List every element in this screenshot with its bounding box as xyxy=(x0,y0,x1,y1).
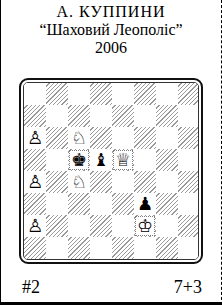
square-g3 xyxy=(156,193,178,215)
square-f4 xyxy=(134,171,156,193)
square-g7 xyxy=(156,105,178,127)
square-e3 xyxy=(112,193,134,215)
black-bishop: ♝ xyxy=(91,150,111,170)
square-f8 xyxy=(134,83,156,105)
square-a8 xyxy=(24,83,46,105)
square-d1 xyxy=(90,237,112,259)
square-d2 xyxy=(90,215,112,237)
square-e1 xyxy=(112,237,134,259)
square-h2 xyxy=(178,215,199,237)
square-c6: ♘ xyxy=(68,127,90,149)
square-b5 xyxy=(46,149,68,171)
square-d7 xyxy=(90,105,112,127)
square-c7 xyxy=(68,105,90,127)
square-d6 xyxy=(90,127,112,149)
square-d8 xyxy=(90,83,112,105)
white-pawn: ♙ xyxy=(25,216,45,236)
square-b7 xyxy=(46,105,68,127)
square-h1 xyxy=(178,237,199,259)
square-f6 xyxy=(134,127,156,149)
square-h4 xyxy=(178,171,199,193)
source-year: 2006 xyxy=(1,39,221,57)
square-c2 xyxy=(68,215,90,237)
white-pawn: ♙ xyxy=(25,128,45,148)
square-b2 xyxy=(46,215,68,237)
square-b8 xyxy=(46,83,68,105)
page: А. КУППИНИ “Шаховий Леополіс” 2006 ♙♘♚♝♕… xyxy=(0,0,222,305)
square-c3 xyxy=(68,193,90,215)
white-knight: ♘ xyxy=(69,172,89,192)
square-g8 xyxy=(156,83,178,105)
square-a5 xyxy=(24,149,46,171)
square-c1 xyxy=(68,237,90,259)
square-d3 xyxy=(90,193,112,215)
square-a3 xyxy=(24,193,46,215)
square-g1 xyxy=(156,237,178,259)
problem-header: А. КУППИНИ “Шаховий Леополіс” 2006 xyxy=(1,0,221,57)
square-f1 xyxy=(134,237,156,259)
square-g4 xyxy=(156,171,178,193)
material-count: 7+3 xyxy=(174,277,202,298)
black-king: ♚ xyxy=(69,150,89,170)
square-b3 xyxy=(46,193,68,215)
source-title: “Шаховий Леополіс” xyxy=(1,21,221,39)
square-a4: ♙ xyxy=(24,171,46,193)
caption-row: #2 7+3 xyxy=(1,277,221,298)
stipulation: #2 xyxy=(22,277,40,298)
chess-board-border: ♙♘♚♝♕♙♘♟♙♔ xyxy=(23,82,199,260)
square-d5: ♝ xyxy=(90,149,112,171)
white-pawn: ♙ xyxy=(25,172,45,192)
square-c4: ♘ xyxy=(68,171,90,193)
chess-board-frame: ♙♘♚♝♕♙♘♟♙♔ xyxy=(19,78,203,264)
square-c5: ♚ xyxy=(68,149,90,171)
square-h5 xyxy=(178,149,199,171)
white-king: ♔ xyxy=(135,216,155,236)
square-b6 xyxy=(46,127,68,149)
square-c8 xyxy=(68,83,90,105)
square-f2: ♔ xyxy=(134,215,156,237)
square-f5 xyxy=(134,149,156,171)
square-a6: ♙ xyxy=(24,127,46,149)
square-h3 xyxy=(178,193,199,215)
square-e2 xyxy=(112,215,134,237)
chess-board: ♙♘♚♝♕♙♘♟♙♔ xyxy=(24,83,199,259)
white-queen: ♕ xyxy=(113,150,133,170)
square-g6 xyxy=(156,127,178,149)
square-g2 xyxy=(156,215,178,237)
square-h8 xyxy=(178,83,199,105)
white-knight: ♘ xyxy=(69,128,89,148)
square-g5 xyxy=(156,149,178,171)
square-e7 xyxy=(112,105,134,127)
square-e4 xyxy=(112,171,134,193)
square-e8 xyxy=(112,83,134,105)
square-f3: ♟ xyxy=(134,193,156,215)
square-h7 xyxy=(178,105,199,127)
square-b1 xyxy=(46,237,68,259)
black-pawn: ♟ xyxy=(135,194,155,214)
square-d4 xyxy=(90,171,112,193)
square-e6 xyxy=(112,127,134,149)
square-a2: ♙ xyxy=(24,215,46,237)
square-e5: ♕ xyxy=(112,149,134,171)
square-f7 xyxy=(134,105,156,127)
square-b4 xyxy=(46,171,68,193)
square-h6 xyxy=(178,127,199,149)
square-a7 xyxy=(24,105,46,127)
square-a1 xyxy=(24,237,46,259)
author-name: А. КУППИНИ xyxy=(1,3,221,21)
